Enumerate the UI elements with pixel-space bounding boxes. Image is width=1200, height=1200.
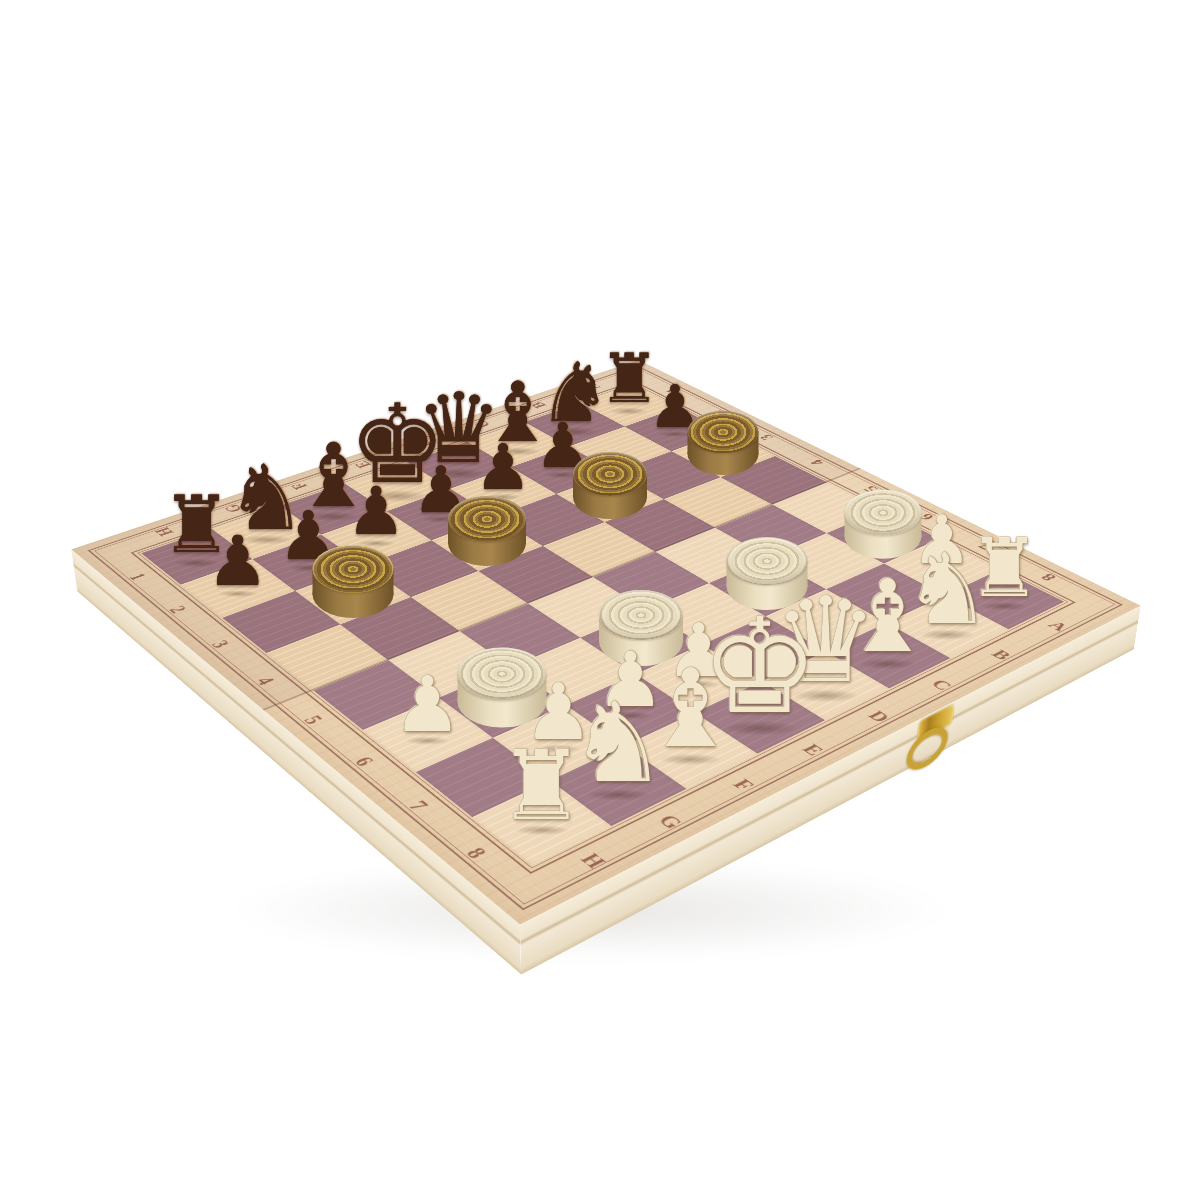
scene: 1122334455667788AABBCCDDEEFFGGHH: [0, 0, 1200, 1200]
board-plane: 1122334455667788AABBCCDDEEFFGGHH: [71, 360, 1141, 925]
product-photo-chess-set: 1122334455667788AABBCCDDEEFFGGHH ♜♞♝♛♚♝♞…: [0, 0, 1200, 1200]
